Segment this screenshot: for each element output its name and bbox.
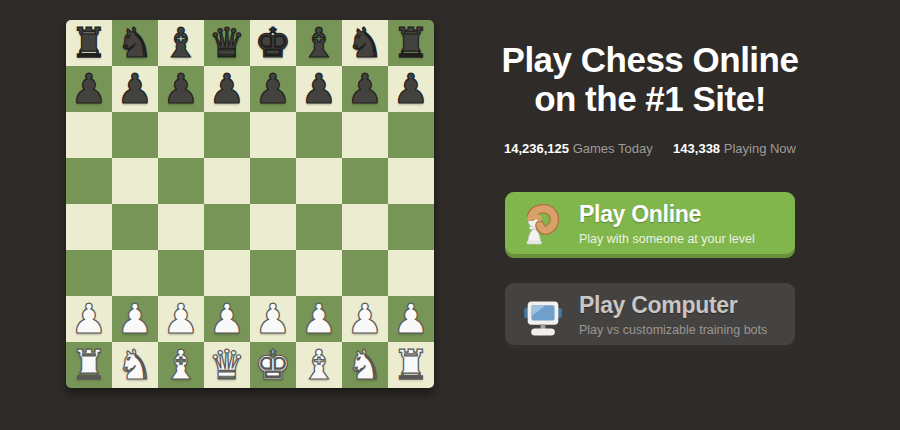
square-e1[interactable]: ♚ <box>250 342 296 388</box>
square-d3[interactable] <box>204 250 250 296</box>
square-b7[interactable]: ♟ <box>112 66 158 112</box>
square-b4[interactable] <box>112 204 158 250</box>
square-a6[interactable] <box>66 112 112 158</box>
computer-monitor-icon <box>522 292 564 338</box>
square-f4[interactable] <box>296 204 342 250</box>
square-d4[interactable] <box>204 204 250 250</box>
square-f8[interactable]: ♝ <box>296 20 342 66</box>
play-computer-subtitle: Play vs customizable training bots <box>579 323 767 337</box>
square-b5[interactable] <box>112 158 158 204</box>
piece-white-pawn[interactable]: ♟ <box>342 296 388 342</box>
square-c4[interactable] <box>158 204 204 250</box>
piece-white-pawn[interactable]: ♟ <box>204 296 250 342</box>
square-h5[interactable] <box>388 158 434 204</box>
square-b8[interactable]: ♞ <box>112 20 158 66</box>
square-a8[interactable]: ♜ <box>66 20 112 66</box>
square-h7[interactable]: ♟ <box>388 66 434 112</box>
piece-black-rook[interactable]: ♜ <box>388 20 434 66</box>
square-g1[interactable]: ♞ <box>342 342 388 388</box>
piece-black-bishop[interactable]: ♝ <box>158 20 204 66</box>
playing-now-label: Playing Now <box>724 141 796 156</box>
square-c1[interactable]: ♝ <box>158 342 204 388</box>
square-d6[interactable] <box>204 112 250 158</box>
square-a2[interactable]: ♟ <box>66 296 112 342</box>
square-g5[interactable] <box>342 158 388 204</box>
chess-board[interactable]: ♜♞♝♛♚♝♞♜♟♟♟♟♟♟♟♟♟♟♟♟♟♟♟♟♜♞♝♛♚♝♞♜ <box>66 20 434 388</box>
stats-row: 14,236,125 Games Today 143,338 Playing N… <box>504 141 796 156</box>
square-h1[interactable]: ♜ <box>388 342 434 388</box>
square-a5[interactable] <box>66 158 112 204</box>
playing-now-count: 143,338 <box>673 141 720 156</box>
hand-moving-pawn-icon <box>522 201 564 247</box>
square-c7[interactable]: ♟ <box>158 66 204 112</box>
square-a1[interactable]: ♜ <box>66 342 112 388</box>
play-online-subtitle: Play with someone at your level <box>579 232 755 246</box>
square-b6[interactable] <box>112 112 158 158</box>
piece-black-pawn[interactable]: ♟ <box>250 66 296 112</box>
page-title-line-1: Play Chess Online <box>502 40 799 79</box>
games-today-stat: 14,236,125 Games Today <box>504 141 653 156</box>
square-e3[interactable] <box>250 250 296 296</box>
square-e2[interactable]: ♟ <box>250 296 296 342</box>
square-d8[interactable]: ♛ <box>204 20 250 66</box>
square-a3[interactable] <box>66 250 112 296</box>
square-h8[interactable]: ♜ <box>388 20 434 66</box>
piece-black-pawn[interactable]: ♟ <box>112 66 158 112</box>
piece-white-pawn[interactable]: ♟ <box>388 296 434 342</box>
piece-white-pawn[interactable]: ♟ <box>250 296 296 342</box>
square-c2[interactable]: ♟ <box>158 296 204 342</box>
piece-white-bishop[interactable]: ♝ <box>158 342 204 388</box>
square-g4[interactable] <box>342 204 388 250</box>
square-h2[interactable]: ♟ <box>388 296 434 342</box>
play-online-text: Play Online Play with someone at your le… <box>579 202 755 246</box>
square-d5[interactable] <box>204 158 250 204</box>
hero-panel: Play Chess Online on the #1 Site! 14,236… <box>460 0 840 430</box>
square-h4[interactable] <box>388 204 434 250</box>
square-e6[interactable] <box>250 112 296 158</box>
square-d1[interactable]: ♛ <box>204 342 250 388</box>
piece-black-pawn[interactable]: ♟ <box>158 66 204 112</box>
piece-white-pawn[interactable]: ♟ <box>296 296 342 342</box>
square-e8[interactable]: ♚ <box>250 20 296 66</box>
square-g8[interactable]: ♞ <box>342 20 388 66</box>
playing-now-stat: 143,338 Playing Now <box>673 141 796 156</box>
square-a7[interactable]: ♟ <box>66 66 112 112</box>
square-f6[interactable] <box>296 112 342 158</box>
piece-white-pawn[interactable]: ♟ <box>112 296 158 342</box>
page-title: Play Chess Online on the #1 Site! <box>502 40 799 118</box>
square-c8[interactable]: ♝ <box>158 20 204 66</box>
piece-white-king[interactable]: ♚ <box>250 342 296 388</box>
piece-black-pawn[interactable]: ♟ <box>342 66 388 112</box>
square-f5[interactable] <box>296 158 342 204</box>
square-b1[interactable]: ♞ <box>112 342 158 388</box>
piece-black-knight[interactable]: ♞ <box>112 20 158 66</box>
square-d2[interactable]: ♟ <box>204 296 250 342</box>
square-b3[interactable] <box>112 250 158 296</box>
games-today-count: 14,236,125 <box>504 141 569 156</box>
square-a4[interactable] <box>66 204 112 250</box>
piece-white-pawn[interactable]: ♟ <box>66 296 112 342</box>
square-e7[interactable]: ♟ <box>250 66 296 112</box>
square-g3[interactable] <box>342 250 388 296</box>
piece-black-king[interactable]: ♚ <box>250 20 296 66</box>
piece-black-pawn[interactable]: ♟ <box>66 66 112 112</box>
square-h3[interactable] <box>388 250 434 296</box>
square-e5[interactable] <box>250 158 296 204</box>
square-g7[interactable]: ♟ <box>342 66 388 112</box>
piece-white-knight[interactable]: ♞ <box>112 342 158 388</box>
piece-white-rook[interactable]: ♜ <box>388 342 434 388</box>
square-h6[interactable] <box>388 112 434 158</box>
piece-white-queen[interactable]: ♛ <box>204 342 250 388</box>
square-e4[interactable] <box>250 204 296 250</box>
square-g6[interactable] <box>342 112 388 158</box>
piece-black-pawn[interactable]: ♟ <box>296 66 342 112</box>
square-f3[interactable] <box>296 250 342 296</box>
play-computer-text: Play Computer Play vs customizable train… <box>579 293 767 337</box>
square-b2[interactable]: ♟ <box>112 296 158 342</box>
piece-black-rook[interactable]: ♜ <box>66 20 112 66</box>
square-c5[interactable] <box>158 158 204 204</box>
piece-white-pawn[interactable]: ♟ <box>158 296 204 342</box>
piece-black-queen[interactable]: ♛ <box>204 20 250 66</box>
square-c3[interactable] <box>158 250 204 296</box>
page-title-line-2: on the #1 Site! <box>502 79 799 118</box>
square-g2[interactable]: ♟ <box>342 296 388 342</box>
piece-white-bishop[interactable]: ♝ <box>296 342 342 388</box>
play-computer-title: Play Computer <box>579 293 767 318</box>
piece-black-pawn[interactable]: ♟ <box>388 66 434 112</box>
piece-white-rook[interactable]: ♜ <box>66 342 112 388</box>
square-f1[interactable]: ♝ <box>296 342 342 388</box>
piece-black-pawn[interactable]: ♟ <box>204 66 250 112</box>
play-online-button[interactable]: Play Online Play with someone at your le… <box>505 192 795 258</box>
piece-white-knight[interactable]: ♞ <box>342 342 388 388</box>
square-d7[interactable]: ♟ <box>204 66 250 112</box>
piece-black-knight[interactable]: ♞ <box>342 20 388 66</box>
play-online-title: Play Online <box>579 202 755 227</box>
games-today-label: Games Today <box>573 141 653 156</box>
square-f2[interactable]: ♟ <box>296 296 342 342</box>
square-c6[interactable] <box>158 112 204 158</box>
square-f7[interactable]: ♟ <box>296 66 342 112</box>
piece-black-bishop[interactable]: ♝ <box>296 20 342 66</box>
play-computer-button[interactable]: Play Computer Play vs customizable train… <box>505 283 795 349</box>
